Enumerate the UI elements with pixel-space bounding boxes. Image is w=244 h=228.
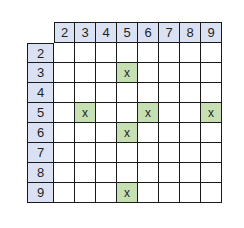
row-header-9: 9 [27, 183, 54, 203]
cell-r3c8[interactable] [180, 63, 201, 83]
cell-r5c7[interactable] [159, 103, 180, 123]
cell-r6c6[interactable] [138, 123, 159, 143]
cell-r4c9[interactable] [201, 83, 222, 103]
cell-r9c8[interactable] [180, 183, 201, 203]
cell-r5c2[interactable] [54, 103, 75, 123]
col-header-4: 4 [96, 22, 117, 43]
cell-r9c7[interactable] [159, 183, 180, 203]
cell-r7c3[interactable] [75, 143, 96, 163]
col-header-8: 8 [180, 22, 201, 43]
cell-r6c5[interactable]: x [117, 123, 138, 143]
number-grid: 2345678923x45xxx6x789x [27, 22, 222, 203]
col-header-5: 5 [117, 22, 138, 43]
cell-r4c4[interactable] [96, 83, 117, 103]
row-header-2: 2 [27, 43, 54, 63]
cell-r4c6[interactable] [138, 83, 159, 103]
row-header-4: 4 [27, 83, 54, 103]
cell-r5c4[interactable] [96, 103, 117, 123]
cell-r9c9[interactable] [201, 183, 222, 203]
cell-r2c3[interactable] [75, 43, 96, 63]
cell-r4c7[interactable] [159, 83, 180, 103]
cell-r8c4[interactable] [96, 163, 117, 183]
cell-r4c3[interactable] [75, 83, 96, 103]
row-header-7: 7 [27, 143, 54, 163]
cell-r5c3[interactable]: x [75, 103, 96, 123]
cell-r8c5[interactable] [117, 163, 138, 183]
col-header-7: 7 [159, 22, 180, 43]
cell-r8c8[interactable] [180, 163, 201, 183]
cell-r6c3[interactable] [75, 123, 96, 143]
cell-r9c6[interactable] [138, 183, 159, 203]
cell-r8c7[interactable] [159, 163, 180, 183]
cell-r8c6[interactable] [138, 163, 159, 183]
col-header-9: 9 [201, 22, 222, 43]
row-header-5: 5 [27, 103, 54, 123]
cell-r9c3[interactable] [75, 183, 96, 203]
cell-r8c2[interactable] [54, 163, 75, 183]
cell-r6c9[interactable] [201, 123, 222, 143]
row-header-6: 6 [27, 123, 54, 143]
cell-r3c9[interactable] [201, 63, 222, 83]
cell-r6c4[interactable] [96, 123, 117, 143]
cell-r3c2[interactable] [54, 63, 75, 83]
cell-r9c2[interactable] [54, 183, 75, 203]
cell-r8c9[interactable] [201, 163, 222, 183]
cell-r7c2[interactable] [54, 143, 75, 163]
cell-r3c5[interactable]: x [117, 63, 138, 83]
cell-r4c2[interactable] [54, 83, 75, 103]
cell-r6c7[interactable] [159, 123, 180, 143]
cell-r2c2[interactable] [54, 43, 75, 63]
cell-r7c5[interactable] [117, 143, 138, 163]
row-header-8: 8 [27, 163, 54, 183]
cell-r5c6[interactable]: x [138, 103, 159, 123]
corner-spacer [27, 22, 54, 43]
cell-r3c4[interactable] [96, 63, 117, 83]
cell-r6c8[interactable] [180, 123, 201, 143]
cell-r3c7[interactable] [159, 63, 180, 83]
cell-r3c6[interactable] [138, 63, 159, 83]
cell-r5c8[interactable] [180, 103, 201, 123]
cell-r7c8[interactable] [180, 143, 201, 163]
cell-r4c8[interactable] [180, 83, 201, 103]
cell-r7c6[interactable] [138, 143, 159, 163]
col-header-6: 6 [138, 22, 159, 43]
worksheet-page: 2345678923x45xxx6x789x [0, 0, 244, 228]
cell-r2c8[interactable] [180, 43, 201, 63]
cell-r2c6[interactable] [138, 43, 159, 63]
cell-r9c5[interactable]: x [117, 183, 138, 203]
cell-r9c4[interactable] [96, 183, 117, 203]
cell-r2c4[interactable] [96, 43, 117, 63]
cell-r7c7[interactable] [159, 143, 180, 163]
cell-r5c5[interactable] [117, 103, 138, 123]
cell-r7c9[interactable] [201, 143, 222, 163]
cell-r8c3[interactable] [75, 163, 96, 183]
cell-r3c3[interactable] [75, 63, 96, 83]
row-header-3: 3 [27, 63, 54, 83]
col-header-3: 3 [75, 22, 96, 43]
col-header-2: 2 [54, 22, 75, 43]
cell-r4c5[interactable] [117, 83, 138, 103]
cell-r2c7[interactable] [159, 43, 180, 63]
cell-r5c9[interactable]: x [201, 103, 222, 123]
cell-r7c4[interactable] [96, 143, 117, 163]
cell-r2c9[interactable] [201, 43, 222, 63]
cell-r6c2[interactable] [54, 123, 75, 143]
cell-r2c5[interactable] [117, 43, 138, 63]
